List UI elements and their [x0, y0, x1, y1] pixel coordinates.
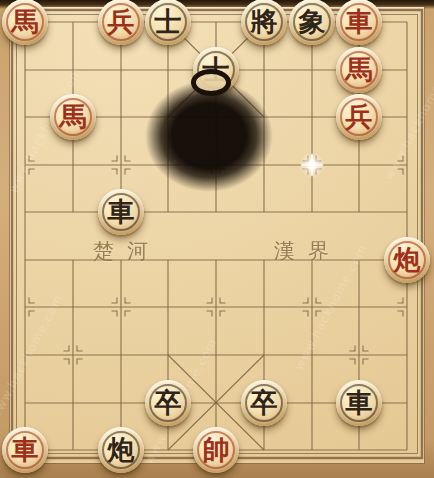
- piece-black-士[interactable]: 士: [145, 0, 191, 45]
- piece-label: 馬: [60, 103, 87, 130]
- piece-label: 車: [12, 436, 39, 463]
- piece-red-車[interactable]: 車: [2, 427, 48, 473]
- piece-label: 兵: [346, 103, 373, 130]
- piece-red-兵[interactable]: 兵: [98, 0, 144, 45]
- piece-label: 炮: [108, 436, 135, 463]
- piece-label: 車: [346, 8, 373, 35]
- piece-label: 炮: [394, 246, 421, 273]
- piece-label: 車: [108, 198, 135, 225]
- river-label-han-jie: 漢界: [274, 237, 342, 265]
- piece-black-卒[interactable]: 卒: [145, 380, 191, 426]
- piece-black-象[interactable]: 象: [289, 0, 335, 45]
- piece-label: 士: [155, 8, 182, 35]
- piece-label: 象: [299, 8, 326, 35]
- river-label-chu-he: 楚河: [93, 237, 161, 265]
- piece-red-帥[interactable]: 帥: [193, 427, 239, 473]
- xiangqi-board[interactable]: 楚河 漢界 www.hackhome.com www.hackhome.com …: [0, 0, 434, 478]
- piece-red-炮[interactable]: 炮: [384, 237, 430, 283]
- piece-red-車[interactable]: 車: [336, 0, 382, 45]
- piece-label: 帥: [203, 436, 230, 463]
- piece-label: 卒: [155, 389, 182, 416]
- piece-black-將[interactable]: 將: [241, 0, 287, 45]
- check-banner: 將: [143, 70, 277, 196]
- check-banner-character: 將: [143, 74, 277, 196]
- piece-label: 車: [346, 389, 373, 416]
- piece-red-馬[interactable]: 馬: [336, 47, 382, 93]
- piece-black-車[interactable]: 車: [336, 380, 382, 426]
- piece-red-兵[interactable]: 兵: [336, 94, 382, 140]
- piece-label: 將: [251, 8, 278, 35]
- piece-black-車[interactable]: 車: [98, 189, 144, 235]
- piece-label: 兵: [108, 8, 135, 35]
- piece-label: 卒: [251, 389, 278, 416]
- piece-red-馬[interactable]: 馬: [50, 94, 96, 140]
- piece-black-炮[interactable]: 炮: [98, 427, 144, 473]
- piece-red-馬[interactable]: 馬: [2, 0, 48, 45]
- piece-label: 馬: [12, 8, 39, 35]
- piece-label: 馬: [346, 56, 373, 83]
- piece-black-卒[interactable]: 卒: [241, 380, 287, 426]
